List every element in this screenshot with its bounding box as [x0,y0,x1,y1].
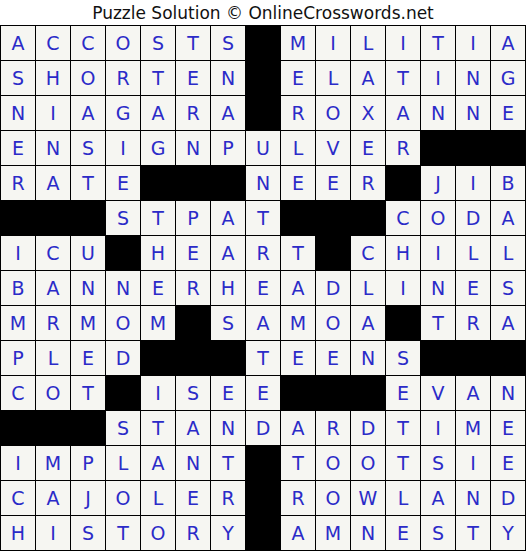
letter-cell-r13c9: T [281,446,316,481]
letter-cell-r7c14: L [456,236,491,271]
letter-cell-r15c11: N [351,516,386,551]
letter-cell-r3c13: N [421,96,456,131]
letter-cell-r8c8: E [246,271,281,306]
letter-cell-r3c12: A [386,96,421,131]
block-cell-r5c12 [386,166,421,201]
letter-cell-r9c7: S [211,306,246,341]
letter-cell-r14c5: L [141,481,176,516]
letter-cell-r1c10: I [316,26,351,61]
letter-cell-r12c4: S [106,411,141,446]
letter-cell-r3c15: E [491,96,526,131]
letter-cell-r9c4: O [106,306,141,341]
letter-cell-r7c2: C [36,236,71,271]
letter-cell-r3c2: I [36,96,71,131]
letter-cell-r15c5: O [141,516,176,551]
letter-cell-r13c13: S [421,446,456,481]
puzzle-solution-page: Puzzle Solution © OnlineCrosswords.net A… [0,0,526,551]
block-cell-r5c5 [141,166,176,201]
letter-cell-r13c10: O [316,446,351,481]
letter-cell-r9c10: O [316,306,351,341]
letter-cell-r12c7: N [211,411,246,446]
letter-cell-r8c2: A [36,271,71,306]
block-cell-r10c7 [211,341,246,376]
letter-cell-r12c14: M [456,411,491,446]
block-cell-r4c13 [421,131,456,166]
block-cell-r11c10 [316,376,351,411]
title-bar: Puzzle Solution © OnlineCrosswords.net [0,0,526,25]
block-cell-r7c4 [106,236,141,271]
letter-cell-r13c14: I [456,446,491,481]
letter-cell-r14c7: R [211,481,246,516]
letter-cell-r6c7: A [211,201,246,236]
block-cell-r11c11 [351,376,386,411]
letter-cell-r2c6: E [176,61,211,96]
letter-cell-r3c5: A [141,96,176,131]
letter-cell-r11c7: E [211,376,246,411]
block-cell-r11c4 [106,376,141,411]
letter-cell-r5c15: B [491,166,526,201]
letter-cell-r3c7: A [211,96,246,131]
block-cell-r4c15 [491,131,526,166]
letter-cell-r6c15: A [491,201,526,236]
letter-cell-r1c13: T [421,26,456,61]
letter-cell-r2c15: G [491,61,526,96]
letter-cell-r7c6: E [176,236,211,271]
letter-cell-r1c12: I [386,26,421,61]
letter-cell-r3c10: O [316,96,351,131]
letter-cell-r15c3: S [71,516,106,551]
letter-cell-r1c11: L [351,26,386,61]
letter-cell-r4c8: U [246,131,281,166]
letter-cell-r15c14: T [456,516,491,551]
letter-cell-r12c11: D [351,411,386,446]
letter-cell-r7c11: C [351,236,386,271]
letter-cell-r9c3: M [71,306,106,341]
letter-cell-r15c6: R [176,516,211,551]
block-cell-r12c2 [36,411,71,446]
block-cell-r2c8 [246,61,281,96]
letter-cell-r9c11: A [351,306,386,341]
letter-cell-r1c14: I [456,26,491,61]
letter-cell-r2c11: A [351,61,386,96]
letter-cell-r2c4: R [106,61,141,96]
letter-cell-r2c12: T [386,61,421,96]
letter-cell-r9c5: M [141,306,176,341]
letter-cell-r14c14: N [456,481,491,516]
letter-cell-r13c3: P [71,446,106,481]
letter-cell-r14c13: A [421,481,456,516]
letter-cell-r13c15: E [491,446,526,481]
letter-cell-r13c2: M [36,446,71,481]
block-cell-r4c14 [456,131,491,166]
letter-cell-r1c9: M [281,26,316,61]
letter-cell-r7c3: U [71,236,106,271]
letter-cell-r5c2: A [36,166,71,201]
letter-cell-r8c14: E [456,271,491,306]
letter-cell-r14c9: R [281,481,316,516]
letter-cell-r4c3: S [71,131,106,166]
letter-cell-r13c11: O [351,446,386,481]
letter-cell-r5c9: E [281,166,316,201]
letter-cell-r12c10: R [316,411,351,446]
letter-cell-r9c2: R [36,306,71,341]
letter-cell-r4c11: E [351,131,386,166]
block-cell-r6c1 [1,201,36,236]
letter-cell-r13c5: A [141,446,176,481]
letter-cell-r10c4: D [106,341,141,376]
letter-cell-r15c10: M [316,516,351,551]
letter-cell-r8c3: N [71,271,106,306]
letter-cell-r11c13: V [421,376,456,411]
block-cell-r5c6 [176,166,211,201]
letter-cell-r11c8: E [246,376,281,411]
letter-cell-r8c10: D [316,271,351,306]
letter-cell-r7c9: T [281,236,316,271]
letter-cell-r13c7: T [211,446,246,481]
letter-cell-r11c2: O [36,376,71,411]
letter-cell-r8c1: B [1,271,36,306]
block-cell-r10c14 [456,341,491,376]
letter-cell-r9c14: R [456,306,491,341]
letter-cell-r6c5: T [141,201,176,236]
letter-cell-r5c1: R [1,166,36,201]
letter-cell-r8c13: N [421,271,456,306]
letter-cell-r10c3: E [71,341,106,376]
letter-cell-r14c15: D [491,481,526,516]
letter-cell-r12c12: T [386,411,421,446]
letter-cell-r14c6: E [176,481,211,516]
letter-cell-r2c5: T [141,61,176,96]
letter-cell-r11c5: I [141,376,176,411]
block-cell-r10c5 [141,341,176,376]
letter-cell-r1c2: C [36,26,71,61]
letter-cell-r4c4: I [106,131,141,166]
block-cell-r6c9 [281,201,316,236]
letter-cell-r3c9: R [281,96,316,131]
letter-cell-r8c7: H [211,271,246,306]
letter-cell-r5c3: T [71,166,106,201]
block-cell-r11c9 [281,376,316,411]
letter-cell-r7c7: A [211,236,246,271]
letter-cell-r6c8: T [246,201,281,236]
letter-cell-r2c7: N [211,61,246,96]
letter-cell-r8c11: L [351,271,386,306]
block-cell-r7c10 [316,236,351,271]
letter-cell-r7c5: H [141,236,176,271]
letter-cell-r13c6: N [176,446,211,481]
letter-cell-r4c1: E [1,131,36,166]
block-cell-r1c8 [246,26,281,61]
letter-cell-r5c8: N [246,166,281,201]
letter-cell-r3c11: X [351,96,386,131]
letter-cell-r8c12: I [386,271,421,306]
letter-cell-r10c10: E [316,341,351,376]
letter-cell-r4c9: L [281,131,316,166]
letter-cell-r2c13: I [421,61,456,96]
block-cell-r6c3 [71,201,106,236]
letter-cell-r10c11: N [351,341,386,376]
page-title: Puzzle Solution © OnlineCrosswords.net [92,3,434,23]
block-cell-r6c11 [351,201,386,236]
letter-cell-r14c4: O [106,481,141,516]
letter-cell-r2c1: S [1,61,36,96]
block-cell-r10c13 [421,341,456,376]
letter-cell-r4c2: N [36,131,71,166]
crossword-grid: ACCOSTSMILITIASHORTENELATINGNIAGARAROXAN… [0,25,526,551]
letter-cell-r9c13: T [421,306,456,341]
letter-cell-r5c13: J [421,166,456,201]
letter-cell-r3c4: G [106,96,141,131]
letter-cell-r10c2: L [36,341,71,376]
letter-cell-r7c13: I [421,236,456,271]
letter-cell-r3c6: R [176,96,211,131]
letter-cell-r13c12: T [386,446,421,481]
letter-cell-r11c6: S [176,376,211,411]
letter-cell-r6c12: C [386,201,421,236]
letter-cell-r3c1: N [1,96,36,131]
block-cell-r13c8 [246,446,281,481]
letter-cell-r5c10: E [316,166,351,201]
letter-cell-r1c1: A [1,26,36,61]
letter-cell-r14c3: J [71,481,106,516]
letter-cell-r10c12: S [386,341,421,376]
letter-cell-r9c9: M [281,306,316,341]
letter-cell-r4c7: P [211,131,246,166]
letter-cell-r13c1: I [1,446,36,481]
letter-cell-r3c3: A [71,96,106,131]
letter-cell-r12c15: E [491,411,526,446]
letter-cell-r2c9: E [281,61,316,96]
letter-cell-r11c12: E [386,376,421,411]
block-cell-r10c15 [491,341,526,376]
letter-cell-r1c4: O [106,26,141,61]
letter-cell-r12c6: A [176,411,211,446]
block-cell-r9c6 [176,306,211,341]
letter-cell-r9c1: M [1,306,36,341]
letter-cell-r2c10: L [316,61,351,96]
letter-cell-r6c14: D [456,201,491,236]
letter-cell-r1c3: C [71,26,106,61]
letter-cell-r6c4: S [106,201,141,236]
letter-cell-r12c9: A [281,411,316,446]
letter-cell-r5c14: I [456,166,491,201]
letter-cell-r2c2: H [36,61,71,96]
letter-cell-r8c4: N [106,271,141,306]
block-cell-r3c8 [246,96,281,131]
letter-cell-r8c15: S [491,271,526,306]
letter-cell-r15c13: S [421,516,456,551]
letter-cell-r1c15: A [491,26,526,61]
letter-cell-r15c1: H [1,516,36,551]
letter-cell-r4c10: V [316,131,351,166]
letter-cell-r8c9: A [281,271,316,306]
block-cell-r10c6 [176,341,211,376]
letter-cell-r1c6: T [176,26,211,61]
letter-cell-r2c3: O [71,61,106,96]
letter-cell-r1c7: S [211,26,246,61]
block-cell-r9c12 [386,306,421,341]
letter-cell-r8c5: E [141,271,176,306]
letter-cell-r5c4: E [106,166,141,201]
letter-cell-r7c15: L [491,236,526,271]
letter-cell-r9c15: A [491,306,526,341]
letter-cell-r11c14: A [456,376,491,411]
letter-cell-r15c7: Y [211,516,246,551]
letter-cell-r15c12: E [386,516,421,551]
letter-cell-r15c9: A [281,516,316,551]
letter-cell-r6c13: O [421,201,456,236]
letter-cell-r12c13: I [421,411,456,446]
letter-cell-r14c11: W [351,481,386,516]
letter-cell-r4c12: R [386,131,421,166]
letter-cell-r7c1: I [1,236,36,271]
letter-cell-r11c3: T [71,376,106,411]
block-cell-r6c10 [316,201,351,236]
letter-cell-r11c15: N [491,376,526,411]
block-cell-r5c7 [211,166,246,201]
letter-cell-r6c6: P [176,201,211,236]
letter-cell-r4c6: N [176,131,211,166]
letter-cell-r10c9: E [281,341,316,376]
letter-cell-r4c5: G [141,131,176,166]
letter-cell-r10c1: P [1,341,36,376]
letter-cell-r13c4: L [106,446,141,481]
letter-cell-r8c6: R [176,271,211,306]
letter-cell-r14c12: L [386,481,421,516]
letter-cell-r15c2: I [36,516,71,551]
letter-cell-r14c2: A [36,481,71,516]
letter-cell-r11c1: C [1,376,36,411]
letter-cell-r14c10: O [316,481,351,516]
letter-cell-r7c12: H [386,236,421,271]
block-cell-r15c8 [246,516,281,551]
letter-cell-r12c5: T [141,411,176,446]
letter-cell-r2c14: N [456,61,491,96]
letter-cell-r15c15: Y [491,516,526,551]
block-cell-r14c8 [246,481,281,516]
letter-cell-r5c11: R [351,166,386,201]
letter-cell-r14c1: C [1,481,36,516]
letter-cell-r9c8: A [246,306,281,341]
letter-cell-r12c8: D [246,411,281,446]
letter-cell-r3c14: N [456,96,491,131]
block-cell-r12c3 [71,411,106,446]
block-cell-r6c2 [36,201,71,236]
letter-cell-r10c8: T [246,341,281,376]
letter-cell-r15c4: T [106,516,141,551]
letter-cell-r7c8: R [246,236,281,271]
letter-cell-r1c5: S [141,26,176,61]
block-cell-r12c1 [1,411,36,446]
